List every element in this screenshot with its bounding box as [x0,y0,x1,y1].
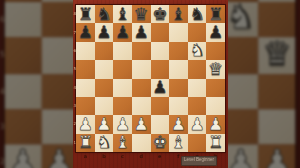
square-b5 [41,37,77,73]
square-g8[interactable]: ♞ [188,5,207,23]
square-a6[interactable] [76,42,95,60]
square-h5: ♛ [259,37,295,73]
square-h7[interactable]: ♟ [206,23,225,41]
rank-labels: 87654321 [73,5,77,152]
square-g3 [223,109,259,145]
rank-label-8: 8 [73,5,77,23]
rank-label-6: 6 [0,2,6,38]
square-f7[interactable] [169,23,188,41]
piece-black-r-h8[interactable]: ♜ [208,5,223,22]
piece-black-k-e8[interactable]: ♚ [152,5,167,22]
square-h4 [259,73,295,109]
watermark-label: Level Beginner [181,156,217,166]
square-f8[interactable]: ♝ [169,5,188,23]
square-a2: ♟ [5,145,41,168]
square-f1[interactable]: ♝ [169,134,188,152]
square-b3 [41,109,77,145]
square-b6[interactable] [95,42,114,60]
square-d2[interactable]: ♟ [132,115,151,133]
square-a4[interactable] [76,79,95,97]
square-c5[interactable] [113,60,132,78]
piece-white-p-b2[interactable]: ♟ [96,115,111,132]
rank-label-2: 2 [73,115,77,133]
piece-black-r-a8[interactable]: ♜ [78,5,93,22]
square-c7[interactable]: ♟ [113,23,132,41]
square-g5 [223,37,259,73]
piece-black-p-h7[interactable]: ♟ [208,24,223,41]
square-a1[interactable]: ♜ [76,134,95,152]
piece-white-p-h2[interactable]: ♟ [208,115,223,132]
file-label-e: e [151,153,170,160]
piece-white-p-b2: ♟ [44,145,74,168]
square-a4 [5,73,41,109]
piece-white-b-f1[interactable]: ♝ [171,134,186,151]
piece-white-q-h5[interactable]: ♛ [208,60,223,77]
piece-white-p-g2[interactable]: ♟ [189,115,204,132]
square-a5[interactable] [76,60,95,78]
square-g4[interactable] [188,79,207,97]
piece-white-n-b1[interactable]: ♞ [96,134,111,151]
piece-black-p-a7[interactable]: ♟ [78,24,93,41]
square-d1[interactable] [132,134,151,152]
piece-white-q-h5: ♛ [262,38,292,71]
rank-label-3: 3 [0,109,6,145]
square-h5[interactable]: ♛ [206,60,225,78]
square-g2[interactable]: ♟ [188,115,207,133]
piece-white-p-c2[interactable]: ♟ [115,115,130,132]
square-e3[interactable] [151,97,170,115]
rank-label-5: 5 [73,60,77,78]
square-h4[interactable] [206,79,225,97]
rank-label-6: 6 [73,42,77,60]
square-h6 [259,2,295,38]
piece-black-p-d7[interactable]: ♟ [134,24,149,41]
video-column: ♜♞♝♛♚♝♞♜♟♟♟♟♟♞♛♟♟♟♟♟♟♟♟♜♞♝♚♝♜abcdefgh876… [73,0,228,168]
square-g6: ♞ [223,2,259,38]
piece-white-n-g6[interactable]: ♞ [189,42,204,59]
piece-white-p-h2: ♟ [262,145,292,168]
piece-white-r-a1[interactable]: ♜ [78,134,93,151]
square-b4 [41,73,77,109]
piece-black-n-g8[interactable]: ♞ [189,5,204,22]
square-b6 [41,2,77,38]
rank-label-7: 7 [73,23,77,41]
square-d7[interactable]: ♟ [132,23,151,41]
square-e4[interactable]: ♟ [151,79,170,97]
square-b7[interactable]: ♟ [95,23,114,41]
rank-labels: 87654321 [0,0,6,168]
square-c4[interactable] [113,79,132,97]
square-b1[interactable]: ♞ [95,134,114,152]
piece-white-k-e1[interactable]: ♚ [152,134,167,151]
square-h1[interactable]: ♜ [206,134,225,152]
square-f5[interactable] [169,60,188,78]
rank-label-3: 3 [73,97,77,115]
square-g6[interactable]: ♞ [188,42,207,60]
board-grid: ♜♞♝♛♚♝♞♜♟♟♟♟♟♞♛♟♟♟♟♟♟♟♟♜♞♝♚♝♜ [76,5,225,152]
piece-black-q-d8[interactable]: ♛ [134,5,149,22]
rank-label-4: 4 [0,73,6,109]
square-e1[interactable]: ♚ [151,134,170,152]
piece-white-p-g2: ♟ [226,145,256,168]
piece-white-r-h1[interactable]: ♜ [208,134,223,151]
square-a5 [5,37,41,73]
square-a3 [5,109,41,145]
piece-black-p-b7[interactable]: ♟ [96,24,111,41]
square-h3 [259,109,295,145]
chess-board: ♜♞♝♛♚♝♞♜♟♟♟♟♟♞♛♟♟♟♟♟♟♟♟♜♞♝♚♝♜abcdefgh876… [73,0,228,168]
square-a7[interactable]: ♟ [76,23,95,41]
piece-black-p-e4[interactable]: ♟ [152,79,167,96]
square-d5[interactable] [132,60,151,78]
square-b4[interactable] [95,79,114,97]
square-e7[interactable] [151,23,170,41]
square-f4[interactable] [169,79,188,97]
piece-white-p-a2: ♟ [8,145,38,168]
file-label-d: d [132,153,151,160]
square-g4 [223,73,259,109]
piece-white-p-a2[interactable]: ♟ [78,115,93,132]
square-g5[interactable] [188,60,207,78]
file-label-b: b [95,153,114,160]
piece-black-n-b8[interactable]: ♞ [96,5,111,22]
square-c1[interactable]: ♝ [113,134,132,152]
square-a6 [5,2,41,38]
rank-label-4: 4 [73,79,77,97]
video-frame: ♜♞♝♛♚♝♞♜♟♟♟♟♟♞♛♟♟♟♟♟♟♟♟♜♞♝♚♝♜abcdefgh876… [0,0,300,168]
piece-white-b-c1[interactable]: ♝ [115,134,130,151]
square-g2: ♟ [223,145,259,168]
rank-label-5: 5 [0,37,6,73]
square-d4[interactable] [132,79,151,97]
square-f6[interactable] [169,42,188,60]
square-g1[interactable] [188,134,207,152]
piece-white-p-d2[interactable]: ♟ [134,115,149,132]
file-label-a: a [76,153,95,160]
square-h2: ♟ [259,145,295,168]
rank-label-2: 2 [0,145,6,168]
piece-black-b-c8[interactable]: ♝ [115,5,130,22]
square-d6[interactable] [132,42,151,60]
piece-white-p-f2[interactable]: ♟ [171,115,186,132]
square-e8[interactable]: ♚ [151,5,170,23]
square-b5[interactable] [95,60,114,78]
square-e6[interactable] [151,42,170,60]
piece-black-b-f8[interactable]: ♝ [171,5,186,22]
piece-black-p-c7[interactable]: ♟ [115,24,130,41]
square-c6[interactable] [113,42,132,60]
rank-label-1: 1 [73,134,77,152]
square-b2: ♟ [41,145,77,168]
file-label-c: c [113,153,132,160]
piece-white-n-g6: ♞ [226,2,256,35]
